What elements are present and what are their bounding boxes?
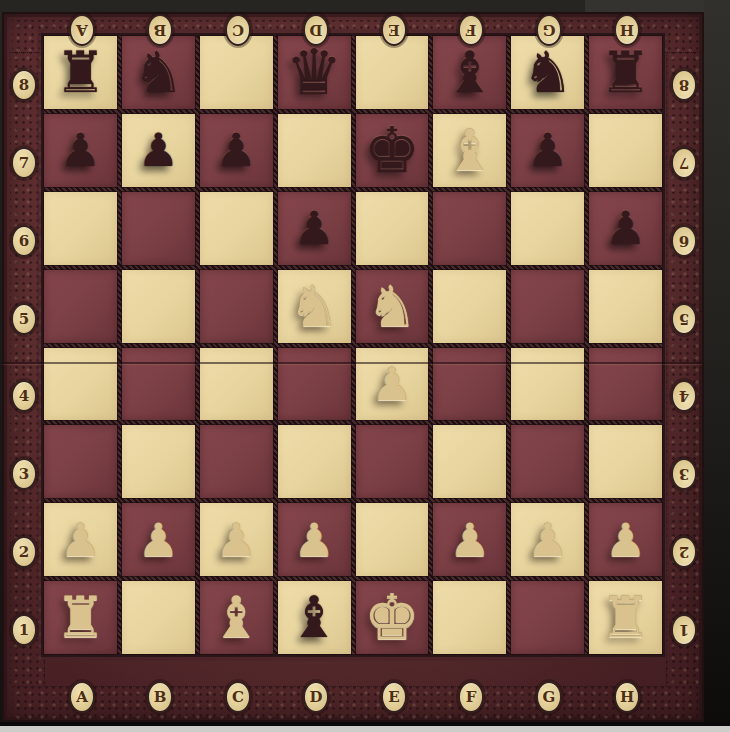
rank-label-left-3: 3: [11, 458, 37, 490]
file-label-bottom-h: H: [614, 681, 640, 713]
square-e4[interactable]: ♟: [356, 348, 429, 421]
square-g3[interactable]: [511, 425, 584, 498]
rank-label-right-4: 4: [671, 380, 697, 412]
square-b6[interactable]: [122, 192, 195, 265]
rank-label-right-3: 3: [671, 458, 697, 490]
square-a6[interactable]: [44, 192, 117, 265]
piece-white-pawn-c2[interactable]: ♟: [216, 517, 257, 563]
square-c1[interactable]: ♝: [200, 581, 273, 654]
square-d8[interactable]: ♛: [278, 36, 351, 109]
square-d5[interactable]: ♞: [278, 270, 351, 343]
square-c4[interactable]: [200, 348, 273, 421]
square-c5[interactable]: [200, 270, 273, 343]
board-fold-seam: [2, 362, 702, 364]
file-label-top-b: B: [147, 14, 173, 46]
square-c8[interactable]: [200, 36, 273, 109]
piece-black-bishop-d1[interactable]: ♝: [289, 589, 340, 646]
piece-white-king-e1[interactable]: ♚: [364, 586, 420, 649]
piece-black-knight-b8[interactable]: ♞: [133, 44, 184, 101]
square-b3[interactable]: [122, 425, 195, 498]
piece-white-pawn-f2[interactable]: ♟: [449, 517, 490, 563]
rank-label-left-1: 1: [11, 614, 37, 646]
square-e8[interactable]: [356, 36, 429, 109]
piece-black-pawn-c7[interactable]: ♟: [216, 127, 257, 173]
piece-white-pawn-d2[interactable]: ♟: [293, 517, 334, 563]
square-f2[interactable]: ♟: [433, 503, 506, 576]
square-d2[interactable]: ♟: [278, 503, 351, 576]
piece-white-bishop-f7[interactable]: ♝: [444, 122, 495, 179]
square-f5[interactable]: [433, 270, 506, 343]
square-b8[interactable]: ♞: [122, 36, 195, 109]
piece-white-knight-e5[interactable]: ♞: [366, 278, 417, 335]
square-h8[interactable]: ♜: [589, 36, 662, 109]
file-label-bottom-e: E: [381, 681, 407, 713]
piece-white-pawn-g2[interactable]: ♟: [527, 517, 568, 563]
piece-white-pawn-e4[interactable]: ♟: [371, 361, 412, 407]
square-a1[interactable]: ♜: [44, 581, 117, 654]
square-e6[interactable]: [356, 192, 429, 265]
square-f1[interactable]: [433, 581, 506, 654]
piece-white-bishop-c1[interactable]: ♝: [211, 589, 262, 646]
square-b4[interactable]: [122, 348, 195, 421]
square-h4[interactable]: [589, 348, 662, 421]
file-label-bottom-g: G: [536, 681, 562, 713]
rank-label-right-5: 5: [671, 303, 697, 335]
file-label-bottom-f: F: [458, 681, 484, 713]
photo-scene: ♜♞♛♝♞♜♟♟♟♚♝♟♟♟♞♞♟♟♟♟♟♟♟♟♜♝♝♚♜ ABCDEFGH A…: [0, 0, 730, 732]
frame-carving-bottom: [12, 686, 698, 719]
rank-label-left-7: 7: [11, 147, 37, 179]
square-c3[interactable]: [200, 425, 273, 498]
square-h6[interactable]: ♟: [589, 192, 662, 265]
square-e2[interactable]: [356, 503, 429, 576]
rank-label-right-1: 1: [671, 614, 697, 646]
rank-label-left-8: 8: [11, 69, 37, 101]
square-b1[interactable]: [122, 581, 195, 654]
square-a3[interactable]: [44, 425, 117, 498]
piece-black-pawn-g7[interactable]: ♟: [527, 127, 568, 173]
file-label-top-d: D: [303, 14, 329, 46]
square-c2[interactable]: ♟: [200, 503, 273, 576]
piece-white-knight-d5[interactable]: ♞: [289, 278, 340, 335]
rank-label-left-4: 4: [11, 380, 37, 412]
file-label-top-e: E: [381, 14, 407, 46]
piece-black-rook-a8[interactable]: ♜: [55, 44, 106, 101]
square-a2[interactable]: ♟: [44, 503, 117, 576]
square-a4[interactable]: [44, 348, 117, 421]
piece-black-king-e7[interactable]: ♚: [364, 119, 420, 182]
square-d6[interactable]: ♟: [278, 192, 351, 265]
square-h7[interactable]: [589, 114, 662, 187]
square-d7[interactable]: [278, 114, 351, 187]
file-label-bottom-c: C: [225, 681, 251, 713]
board-grid: ♜♞♛♝♞♜♟♟♟♚♝♟♟♟♞♞♟♟♟♟♟♟♟♟♜♝♝♚♜: [44, 36, 662, 654]
piece-black-pawn-h6[interactable]: ♟: [605, 205, 646, 251]
piece-white-pawn-a2[interactable]: ♟: [60, 517, 101, 563]
square-f6[interactable]: [433, 192, 506, 265]
piece-black-queen-d8[interactable]: ♛: [286, 41, 342, 104]
square-f3[interactable]: [433, 425, 506, 498]
square-g6[interactable]: [511, 192, 584, 265]
piece-white-pawn-b2[interactable]: ♟: [138, 517, 179, 563]
square-b7[interactable]: ♟: [122, 114, 195, 187]
square-a7[interactable]: ♟: [44, 114, 117, 187]
rank-label-right-2: 2: [671, 536, 697, 568]
piece-black-rook-h8[interactable]: ♜: [600, 44, 651, 101]
rank-label-right-6: 6: [671, 225, 697, 257]
piece-white-rook-h1[interactable]: ♜: [600, 589, 651, 646]
square-b5[interactable]: [122, 270, 195, 343]
square-g5[interactable]: [511, 270, 584, 343]
square-a8[interactable]: ♜: [44, 36, 117, 109]
square-e5[interactable]: ♞: [356, 270, 429, 343]
piece-white-pawn-h2[interactable]: ♟: [605, 517, 646, 563]
file-label-top-c: C: [225, 14, 251, 46]
piece-black-knight-g8[interactable]: ♞: [522, 44, 573, 101]
rank-label-left-5: 5: [11, 303, 37, 335]
square-e1[interactable]: ♚: [356, 581, 429, 654]
square-d3[interactable]: [278, 425, 351, 498]
piece-white-rook-a1[interactable]: ♜: [55, 589, 106, 646]
rank-label-left-2: 2: [11, 536, 37, 568]
square-h2[interactable]: ♟: [589, 503, 662, 576]
square-f4[interactable]: [433, 348, 506, 421]
file-label-bottom-b: B: [147, 681, 173, 713]
file-label-bottom-d: D: [303, 681, 329, 713]
square-d4[interactable]: [278, 348, 351, 421]
table-background-right: [704, 0, 730, 732]
square-g7[interactable]: ♟: [511, 114, 584, 187]
square-f8[interactable]: ♝: [433, 36, 506, 109]
file-label-bottom-a: A: [69, 681, 95, 713]
square-b2[interactable]: ♟: [122, 503, 195, 576]
square-g8[interactable]: ♞: [511, 36, 584, 109]
square-h5[interactable]: [589, 270, 662, 343]
square-e7[interactable]: ♚: [356, 114, 429, 187]
file-label-top-h: H: [614, 14, 640, 46]
piece-black-bishop-f8[interactable]: ♝: [444, 44, 495, 101]
rank-label-right-7: 7: [671, 147, 697, 179]
file-label-top-f: F: [458, 14, 484, 46]
rank-label-right-8: 8: [671, 69, 697, 101]
rank-label-left-6: 6: [11, 225, 37, 257]
square-h1[interactable]: ♜: [589, 581, 662, 654]
square-e3[interactable]: [356, 425, 429, 498]
file-label-top-g: G: [536, 14, 562, 46]
square-a5[interactable]: [44, 270, 117, 343]
piece-black-pawn-d6[interactable]: ♟: [293, 205, 334, 251]
square-c7[interactable]: ♟: [200, 114, 273, 187]
piece-black-pawn-a7[interactable]: ♟: [60, 127, 101, 173]
square-f7[interactable]: ♝: [433, 114, 506, 187]
square-g4[interactable]: [511, 348, 584, 421]
square-d1[interactable]: ♝: [278, 581, 351, 654]
piece-black-pawn-b7[interactable]: ♟: [138, 127, 179, 173]
square-g2[interactable]: ♟: [511, 503, 584, 576]
square-c6[interactable]: [200, 192, 273, 265]
square-g1[interactable]: [511, 581, 584, 654]
square-h3[interactable]: [589, 425, 662, 498]
page-bottom-bar: [0, 726, 730, 732]
file-label-top-a: A: [69, 14, 95, 46]
